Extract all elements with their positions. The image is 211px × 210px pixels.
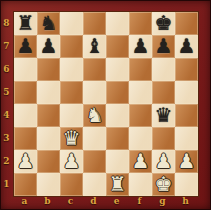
rank-label-7: 7 — [0, 34, 13, 57]
square-g1[interactable]: ♚ — [152, 173, 175, 196]
square-c2[interactable]: ♟ — [60, 150, 83, 173]
square-f4[interactable] — [129, 104, 152, 127]
square-d1[interactable] — [83, 173, 106, 196]
file-labels: abcdefgh — [13, 194, 197, 208]
square-d6[interactable] — [83, 58, 106, 81]
black-queen-g4[interactable]: ♛ — [152, 104, 175, 127]
square-g2[interactable]: ♟ — [152, 150, 175, 173]
black-pawn-a7[interactable]: ♟ — [14, 35, 37, 58]
rank-label-5: 5 — [0, 80, 13, 103]
square-d5[interactable] — [83, 81, 106, 104]
square-f7[interactable]: ♟ — [129, 35, 152, 58]
file-label-a: a — [13, 194, 36, 208]
square-a3[interactable] — [14, 127, 37, 150]
square-a1[interactable] — [14, 173, 37, 196]
square-b6[interactable] — [37, 58, 60, 81]
square-c8[interactable] — [60, 12, 83, 35]
square-b5[interactable] — [37, 81, 60, 104]
file-label-d: d — [82, 194, 105, 208]
square-h5[interactable] — [175, 81, 198, 104]
square-g4[interactable]: ♛ — [152, 104, 175, 127]
file-label-e: e — [105, 194, 128, 208]
square-f6[interactable] — [129, 58, 152, 81]
square-d2[interactable] — [83, 150, 106, 173]
black-pawn-h7[interactable]: ♟ — [175, 35, 198, 58]
rank-label-3: 3 — [0, 126, 13, 149]
square-c1[interactable] — [60, 173, 83, 196]
square-a6[interactable] — [14, 58, 37, 81]
square-h3[interactable] — [175, 127, 198, 150]
square-f2[interactable]: ♟ — [129, 150, 152, 173]
white-pawn-c2[interactable]: ♟ — [60, 150, 83, 173]
square-a2[interactable]: ♟ — [14, 150, 37, 173]
square-e8[interactable] — [106, 12, 129, 35]
square-g3[interactable] — [152, 127, 175, 150]
square-f3[interactable] — [129, 127, 152, 150]
black-knight-b8[interactable]: ♞ — [37, 12, 60, 35]
black-pawn-f7[interactable]: ♟ — [129, 35, 152, 58]
square-b3[interactable] — [37, 127, 60, 150]
square-a8[interactable]: ♜ — [14, 12, 37, 35]
square-e6[interactable] — [106, 58, 129, 81]
black-pawn-g7[interactable]: ♟ — [152, 35, 175, 58]
square-e2[interactable] — [106, 150, 129, 173]
black-bishop-d7[interactable]: ♝ — [83, 35, 106, 58]
square-a7[interactable]: ♟ — [14, 35, 37, 58]
rank-label-6: 6 — [0, 57, 13, 80]
square-c7[interactable] — [60, 35, 83, 58]
square-e1[interactable]: ♜ — [106, 173, 129, 196]
square-g7[interactable]: ♟ — [152, 35, 175, 58]
square-d4[interactable]: ♞ — [83, 104, 106, 127]
square-c3[interactable]: ♛ — [60, 127, 83, 150]
rank-label-8: 8 — [0, 11, 13, 34]
square-f8[interactable] — [129, 12, 152, 35]
square-b8[interactable]: ♞ — [37, 12, 60, 35]
square-f1[interactable] — [129, 173, 152, 196]
file-label-b: b — [36, 194, 59, 208]
square-h2[interactable]: ♟ — [175, 150, 198, 173]
white-king-g1[interactable]: ♚ — [152, 173, 175, 196]
square-e3[interactable] — [106, 127, 129, 150]
square-g5[interactable] — [152, 81, 175, 104]
square-d3[interactable] — [83, 127, 106, 150]
square-e7[interactable] — [106, 35, 129, 58]
square-b7[interactable]: ♟ — [37, 35, 60, 58]
rank-label-2: 2 — [0, 149, 13, 172]
file-label-f: f — [128, 194, 151, 208]
file-label-h: h — [174, 194, 197, 208]
square-g6[interactable] — [152, 58, 175, 81]
file-label-g: g — [151, 194, 174, 208]
black-rook-a8[interactable]: ♜ — [14, 12, 37, 35]
square-h8[interactable] — [175, 12, 198, 35]
white-pawn-g2[interactable]: ♟ — [152, 150, 175, 173]
square-e4[interactable] — [106, 104, 129, 127]
square-c6[interactable] — [60, 58, 83, 81]
square-e5[interactable] — [106, 81, 129, 104]
white-queen-c3[interactable]: ♛ — [60, 127, 83, 150]
square-d7[interactable]: ♝ — [83, 35, 106, 58]
white-pawn-a2[interactable]: ♟ — [14, 150, 37, 173]
square-b1[interactable] — [37, 173, 60, 196]
black-pawn-b7[interactable]: ♟ — [37, 35, 60, 58]
white-knight-d4[interactable]: ♞ — [83, 104, 106, 127]
white-rook-e1[interactable]: ♜ — [106, 173, 129, 196]
square-h6[interactable] — [175, 58, 198, 81]
square-h1[interactable] — [175, 173, 198, 196]
black-king-g8[interactable]: ♚ — [152, 12, 175, 35]
rank-labels: 87654321 — [0, 11, 13, 195]
square-b4[interactable] — [37, 104, 60, 127]
white-pawn-f2[interactable]: ♟ — [129, 150, 152, 173]
square-g8[interactable]: ♚ — [152, 12, 175, 35]
white-pawn-h2[interactable]: ♟ — [175, 150, 198, 173]
square-a5[interactable] — [14, 81, 37, 104]
square-h7[interactable]: ♟ — [175, 35, 198, 58]
square-d8[interactable] — [83, 12, 106, 35]
file-label-c: c — [59, 194, 82, 208]
square-c4[interactable] — [60, 104, 83, 127]
rank-label-1: 1 — [0, 172, 13, 195]
square-f5[interactable] — [129, 81, 152, 104]
rank-label-4: 4 — [0, 103, 13, 126]
square-a4[interactable] — [14, 104, 37, 127]
square-c5[interactable] — [60, 81, 83, 104]
board-frame: 87654321 ♜♞♚♟♟♝♟♟♟♞♛♛♟♟♟♟♟♜♚ abcdefgh — [0, 0, 211, 210]
square-b2[interactable] — [37, 150, 60, 173]
board: ♜♞♚♟♟♝♟♟♟♞♛♛♟♟♟♟♟♜♚ — [13, 11, 199, 197]
square-h4[interactable] — [175, 104, 198, 127]
